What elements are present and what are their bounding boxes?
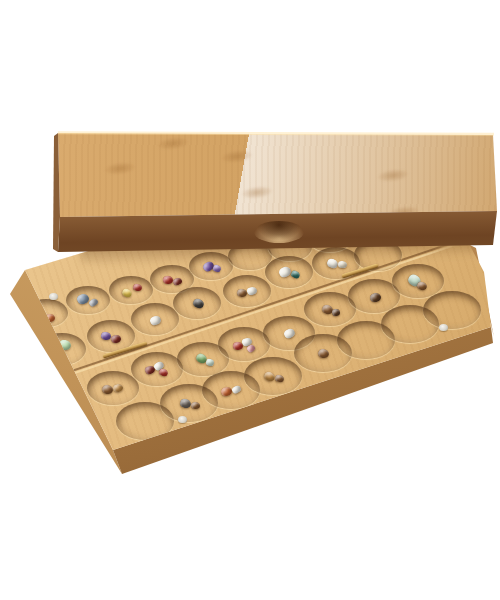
gemstone-purple: [101, 331, 112, 340]
gemstone-red: [163, 276, 173, 285]
pit-r1c3[interactable]: [109, 276, 153, 304]
gemstone-violet: [212, 264, 222, 273]
gemstone-aqua: [205, 358, 214, 366]
gemstone-white: [246, 286, 258, 296]
gemstone-red: [132, 284, 142, 292]
gemstone-maroon: [110, 334, 121, 344]
finger-notch: [254, 221, 304, 243]
pit-r2c4[interactable]: [173, 287, 221, 319]
pit-r1c5[interactable]: [189, 252, 233, 280]
magnet-dot-1: [49, 293, 58, 300]
pit-r4c4[interactable]: [244, 357, 302, 395]
gemstone-amber: [262, 370, 276, 383]
gemstone-brown: [274, 375, 284, 384]
product-photo: [0, 0, 500, 600]
gemstone-brown: [190, 402, 199, 409]
gemstone-white: [325, 258, 338, 270]
gemstone-white: [148, 315, 161, 327]
gemstone-yellow: [121, 287, 133, 299]
gemstone-darkbrown: [332, 309, 340, 316]
pit-r2c3[interactable]: [131, 303, 179, 335]
magnet-dot-3: [439, 324, 448, 331]
gemstone-teal: [289, 270, 300, 280]
gemstone-brown: [237, 289, 247, 297]
pit-r4c8[interactable]: [423, 291, 481, 329]
gemstone-amber: [112, 383, 123, 392]
pit-r2c6[interactable]: [265, 256, 313, 288]
gemstone-brown: [101, 385, 113, 395]
gemstone-white: [282, 328, 296, 341]
gemstone-red: [158, 368, 169, 377]
board-surface: [0, 0, 500, 600]
gemstone-maroon: [172, 277, 183, 287]
pit-r1c2[interactable]: [66, 286, 110, 314]
gemstone-darkgrey: [179, 398, 192, 409]
pit-r3c1[interactable]: [87, 371, 139, 405]
gemstone-black: [191, 298, 205, 310]
gemstone-brown: [317, 349, 329, 359]
gemstone-cream: [337, 261, 346, 269]
pit-r2c5[interactable]: [223, 275, 271, 307]
magnet-dot-2: [178, 416, 187, 423]
pit-r3c2[interactable]: [131, 352, 183, 386]
gemstone-white: [230, 384, 241, 395]
gemstone-brown: [416, 281, 428, 291]
gemstone-darkbrown: [369, 293, 382, 304]
gemstone-orange: [220, 386, 233, 397]
